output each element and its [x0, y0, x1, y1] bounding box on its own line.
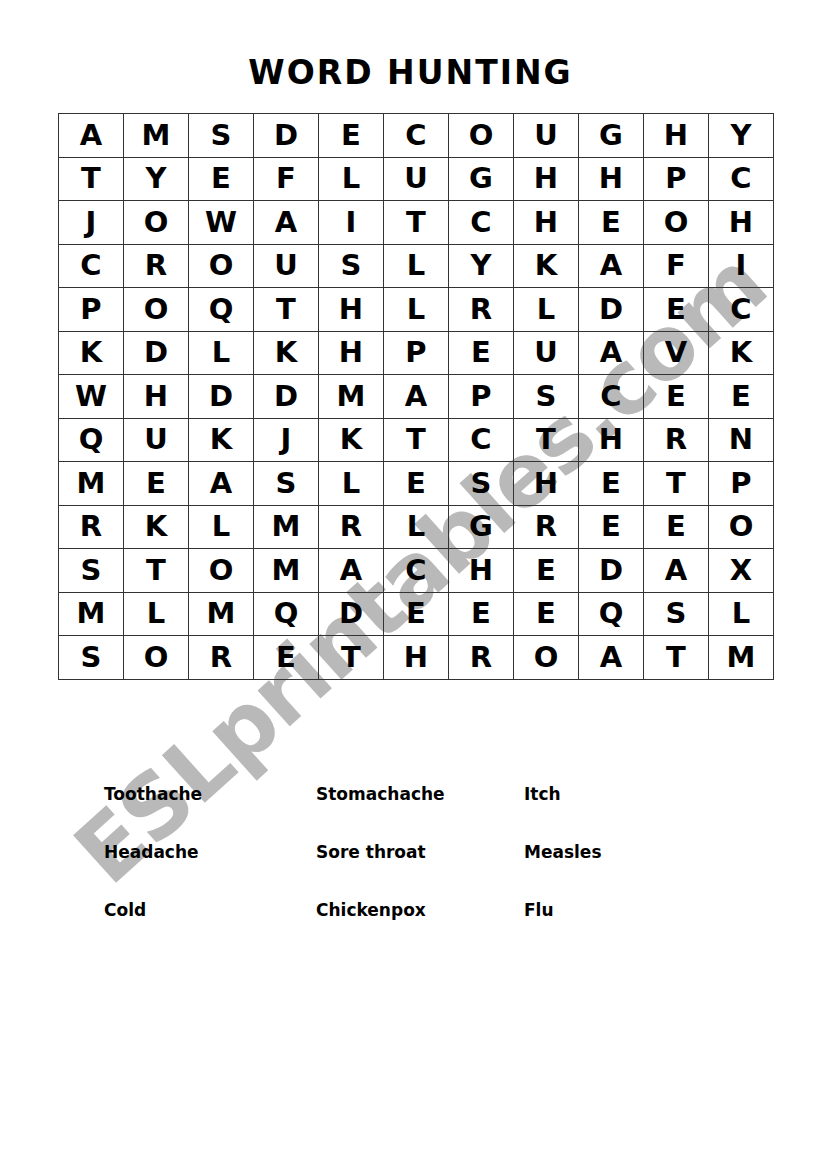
grid-cell-r3c6: T — [384, 201, 449, 245]
grid-cell-r3c9: E — [579, 201, 644, 245]
word-list: Toothache Stomachache Itch Headache Sore… — [104, 784, 602, 958]
grid-cell-r10c11: O — [709, 506, 774, 550]
grid-cell-r7c9: C — [579, 375, 644, 419]
grid-cell-r2c6: U — [384, 158, 449, 202]
grid-cell-r4c3: O — [189, 245, 254, 289]
grid-cell-r1c10: H — [644, 114, 709, 158]
grid-cell-r10c2: K — [124, 506, 189, 550]
grid-cell-r1c4: D — [254, 114, 319, 158]
grid-cell-r9c11: P — [709, 462, 774, 506]
grid-cell-r6c4: K — [254, 332, 319, 376]
grid-cell-r5c6: L — [384, 288, 449, 332]
grid-cell-r5c11: C — [709, 288, 774, 332]
grid-cell-r9c8: H — [514, 462, 579, 506]
grid-cell-r5c4: T — [254, 288, 319, 332]
grid-cell-r12c5: D — [319, 593, 384, 637]
grid-cell-r9c9: E — [579, 462, 644, 506]
grid-cell-r7c3: D — [189, 375, 254, 419]
grid-cell-r5c2: O — [124, 288, 189, 332]
grid-cell-r11c5: A — [319, 549, 384, 593]
grid-cell-r3c8: H — [514, 201, 579, 245]
grid-cell-r10c1: R — [59, 506, 124, 550]
grid-cell-r4c1: C — [59, 245, 124, 289]
grid-cell-r5c5: H — [319, 288, 384, 332]
grid-cell-r5c10: E — [644, 288, 709, 332]
grid-cell-r9c3: A — [189, 462, 254, 506]
grid-cell-r7c4: D — [254, 375, 319, 419]
grid-cell-r1c6: C — [384, 114, 449, 158]
grid-cell-r8c3: K — [189, 419, 254, 463]
grid-cell-r1c1: A — [59, 114, 124, 158]
grid-cell-r5c3: Q — [189, 288, 254, 332]
grid-cell-r4c8: K — [514, 245, 579, 289]
grid-cell-r1c7: O — [449, 114, 514, 158]
grid-cell-r11c8: E — [514, 549, 579, 593]
grid-cell-r6c5: H — [319, 332, 384, 376]
grid-cell-r8c1: Q — [59, 419, 124, 463]
grid-cell-r10c4: M — [254, 506, 319, 550]
grid-cell-r5c8: L — [514, 288, 579, 332]
grid-cell-r6c10: V — [644, 332, 709, 376]
grid-cell-r11c1: S — [59, 549, 124, 593]
grid-cell-r8c2: U — [124, 419, 189, 463]
grid-cell-r8c6: T — [384, 419, 449, 463]
grid-cell-r7c8: S — [514, 375, 579, 419]
grid-cell-r6c7: E — [449, 332, 514, 376]
grid-cell-r9c10: T — [644, 462, 709, 506]
grid-cell-r2c10: P — [644, 158, 709, 202]
grid-cell-r4c2: R — [124, 245, 189, 289]
grid-cell-r7c10: E — [644, 375, 709, 419]
grid-cell-r2c2: Y — [124, 158, 189, 202]
grid-cell-r11c2: T — [124, 549, 189, 593]
grid-cell-r3c3: W — [189, 201, 254, 245]
grid-cell-r1c3: S — [189, 114, 254, 158]
grid-cell-r7c5: M — [319, 375, 384, 419]
grid-cell-r10c9: E — [579, 506, 644, 550]
grid-cell-r6c3: L — [189, 332, 254, 376]
grid-cell-r9c7: S — [449, 462, 514, 506]
grid-cell-r2c11: C — [709, 158, 774, 202]
grid-cell-r2c3: E — [189, 158, 254, 202]
grid-cell-r7c11: E — [709, 375, 774, 419]
grid-cell-r11c10: A — [644, 549, 709, 593]
grid-cell-r13c10: T — [644, 636, 709, 680]
grid-cell-r4c6: L — [384, 245, 449, 289]
grid-cell-r3c2: O — [124, 201, 189, 245]
grid-cell-r6c8: U — [514, 332, 579, 376]
grid-cell-r8c8: T — [514, 419, 579, 463]
grid-cell-r10c8: R — [514, 506, 579, 550]
grid-cell-r11c7: H — [449, 549, 514, 593]
word-sore-throat: Sore throat — [316, 842, 524, 862]
word-search-grid: AMSDECOUGHYTYEFLUGHHPCJOWAITCHEOHCROUSLY… — [58, 113, 774, 680]
grid-cell-r13c6: H — [384, 636, 449, 680]
grid-cell-r4c7: Y — [449, 245, 514, 289]
grid-cell-r4c4: U — [254, 245, 319, 289]
grid-cell-r12c9: Q — [579, 593, 644, 637]
grid-cell-r12c8: E — [514, 593, 579, 637]
grid-cell-r12c1: M — [59, 593, 124, 637]
grid-cell-r8c11: N — [709, 419, 774, 463]
grid-cell-r4c10: F — [644, 245, 709, 289]
word-stomachache: Stomachache — [316, 784, 524, 804]
grid-cell-r13c2: O — [124, 636, 189, 680]
grid-cell-r12c11: L — [709, 593, 774, 637]
grid-cell-r2c4: F — [254, 158, 319, 202]
grid-cell-r11c6: C — [384, 549, 449, 593]
grid-cell-r4c5: S — [319, 245, 384, 289]
grid-cell-r1c2: M — [124, 114, 189, 158]
word-flu: Flu — [524, 900, 602, 920]
word-headache: Headache — [104, 842, 316, 862]
grid-cell-r5c9: D — [579, 288, 644, 332]
word-measles: Measles — [524, 842, 602, 862]
grid-cell-r10c10: E — [644, 506, 709, 550]
grid-cell-r1c11: Y — [709, 114, 774, 158]
grid-cell-r12c10: S — [644, 593, 709, 637]
grid-cell-r12c7: E — [449, 593, 514, 637]
grid-cell-r13c1: S — [59, 636, 124, 680]
grid-cell-r3c7: C — [449, 201, 514, 245]
grid-cell-r8c7: C — [449, 419, 514, 463]
grid-cell-r3c1: J — [59, 201, 124, 245]
grid-cell-r2c5: L — [319, 158, 384, 202]
word-chickenpox: Chickenpox — [316, 900, 524, 920]
grid-cell-r2c9: H — [579, 158, 644, 202]
grid-cell-r11c4: M — [254, 549, 319, 593]
grid-cell-r8c4: J — [254, 419, 319, 463]
grid-cell-r10c6: L — [384, 506, 449, 550]
grid-cell-r12c3: M — [189, 593, 254, 637]
grid-cell-r9c5: L — [319, 462, 384, 506]
grid-cell-r3c4: A — [254, 201, 319, 245]
grid-cell-r12c2: L — [124, 593, 189, 637]
page-title: WORD HUNTING — [0, 53, 821, 92]
grid-cell-r2c7: G — [449, 158, 514, 202]
grid-cell-r13c3: R — [189, 636, 254, 680]
grid-cell-r12c4: Q — [254, 593, 319, 637]
grid-cell-r13c5: T — [319, 636, 384, 680]
grid-cell-r9c6: E — [384, 462, 449, 506]
grid-cell-r7c7: P — [449, 375, 514, 419]
word-toothache: Toothache — [104, 784, 316, 804]
grid-cell-r11c11: X — [709, 549, 774, 593]
grid-cell-r8c9: H — [579, 419, 644, 463]
grid-cell-r9c2: E — [124, 462, 189, 506]
grid-cell-r3c11: H — [709, 201, 774, 245]
grid-cell-r3c5: I — [319, 201, 384, 245]
grid-cell-r1c8: U — [514, 114, 579, 158]
grid-cell-r12c6: E — [384, 593, 449, 637]
grid-cell-r3c10: O — [644, 201, 709, 245]
grid-cell-r10c5: R — [319, 506, 384, 550]
grid-cell-r13c8: O — [514, 636, 579, 680]
grid-cell-r11c3: O — [189, 549, 254, 593]
word-cold: Cold — [104, 900, 316, 920]
grid-cell-r4c11: I — [709, 245, 774, 289]
grid-cell-r1c5: E — [319, 114, 384, 158]
grid-cell-r13c4: E — [254, 636, 319, 680]
grid-cell-r13c11: M — [709, 636, 774, 680]
word-itch: Itch — [524, 784, 602, 804]
grid-cell-r6c6: P — [384, 332, 449, 376]
grid-cell-r10c3: L — [189, 506, 254, 550]
grid-cell-r4c9: A — [579, 245, 644, 289]
grid-cell-r6c9: A — [579, 332, 644, 376]
grid-cell-r13c7: R — [449, 636, 514, 680]
grid-cell-r7c6: A — [384, 375, 449, 419]
grid-cell-r2c8: H — [514, 158, 579, 202]
grid-cell-r1c9: G — [579, 114, 644, 158]
grid-cell-r9c4: S — [254, 462, 319, 506]
grid-cell-r13c9: A — [579, 636, 644, 680]
grid-cell-r11c9: D — [579, 549, 644, 593]
grid-cell-r6c2: D — [124, 332, 189, 376]
grid-cell-r7c2: H — [124, 375, 189, 419]
grid-cell-r6c1: K — [59, 332, 124, 376]
grid-cell-r5c1: P — [59, 288, 124, 332]
grid-cell-r6c11: K — [709, 332, 774, 376]
grid-cell-r8c10: R — [644, 419, 709, 463]
grid-cell-r10c7: G — [449, 506, 514, 550]
grid-cell-r5c7: R — [449, 288, 514, 332]
grid-cell-r7c1: W — [59, 375, 124, 419]
grid-cell-r9c1: M — [59, 462, 124, 506]
grid-cell-r2c1: T — [59, 158, 124, 202]
grid-cell-r8c5: K — [319, 419, 384, 463]
